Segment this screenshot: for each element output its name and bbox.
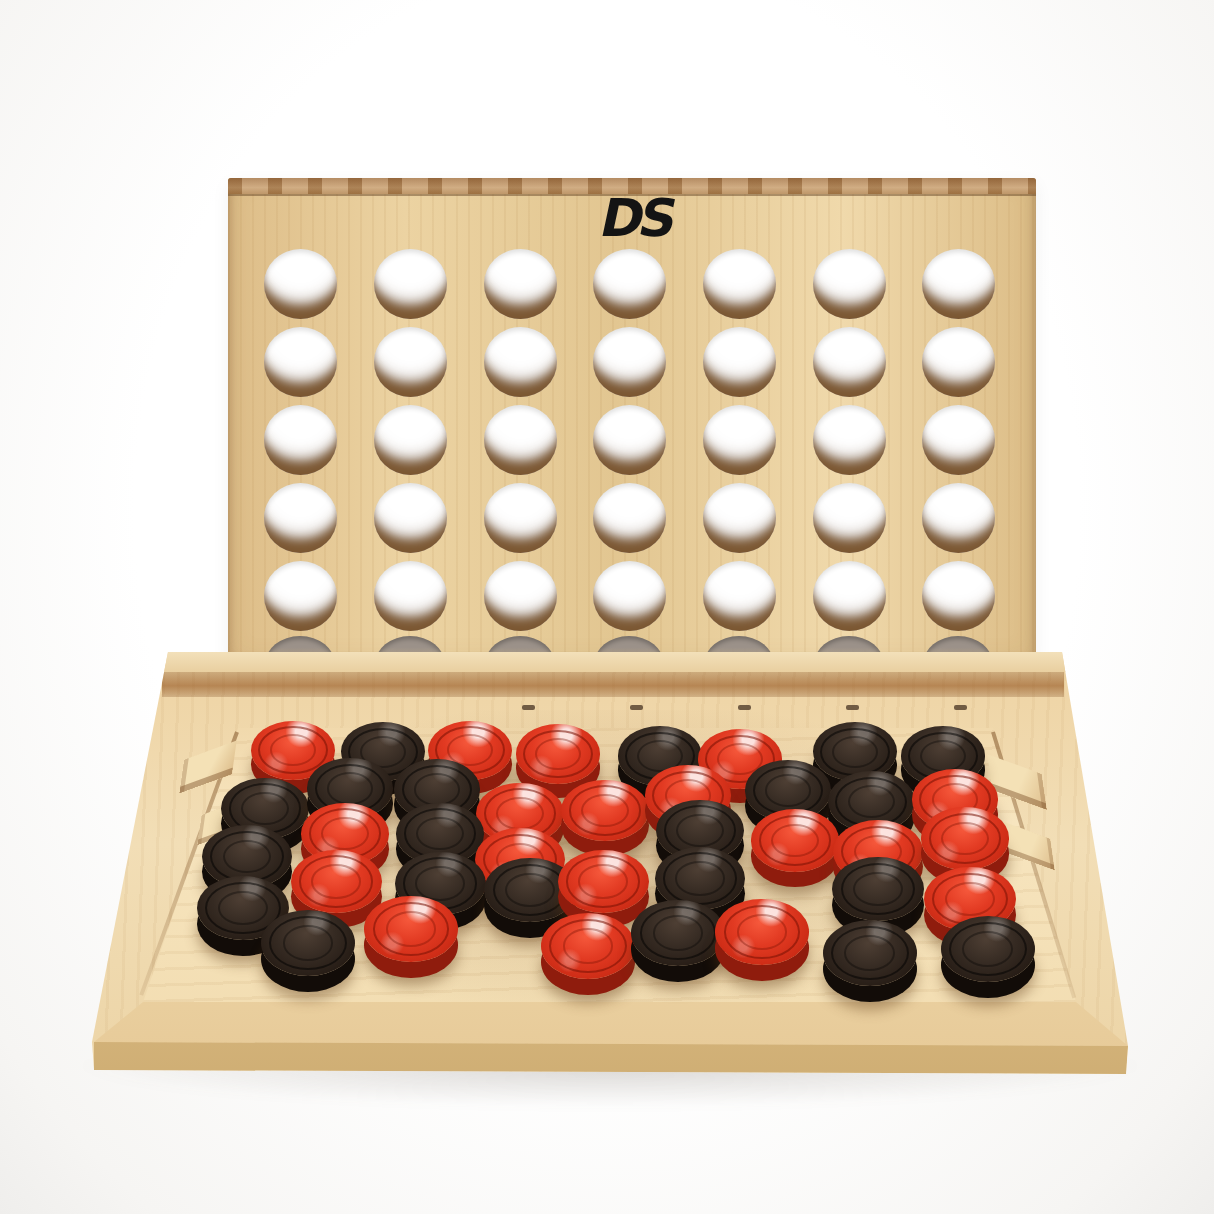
tray-disc-black[interactable]	[832, 857, 923, 921]
tray-disc-red[interactable]	[751, 809, 840, 871]
disc-layer	[0, 0, 1214, 1214]
tray-disc-red[interactable]	[516, 724, 601, 783]
tray-disc-black[interactable]	[261, 910, 355, 976]
tray-disc-red[interactable]	[364, 896, 457, 961]
tray-disc-red[interactable]	[291, 850, 382, 914]
product-photo-stage: DS	[0, 0, 1214, 1214]
tray-disc-red[interactable]	[921, 807, 1010, 869]
tray-disc-black[interactable]	[941, 916, 1035, 982]
tray-disc-black[interactable]	[823, 920, 918, 986]
tray-disc-red[interactable]	[558, 850, 649, 914]
tray-disc-red[interactable]	[715, 899, 809, 965]
tray-disc-red[interactable]	[541, 913, 635, 979]
tray-disc-black[interactable]	[631, 900, 725, 966]
tray-disc-red[interactable]	[561, 780, 648, 841]
